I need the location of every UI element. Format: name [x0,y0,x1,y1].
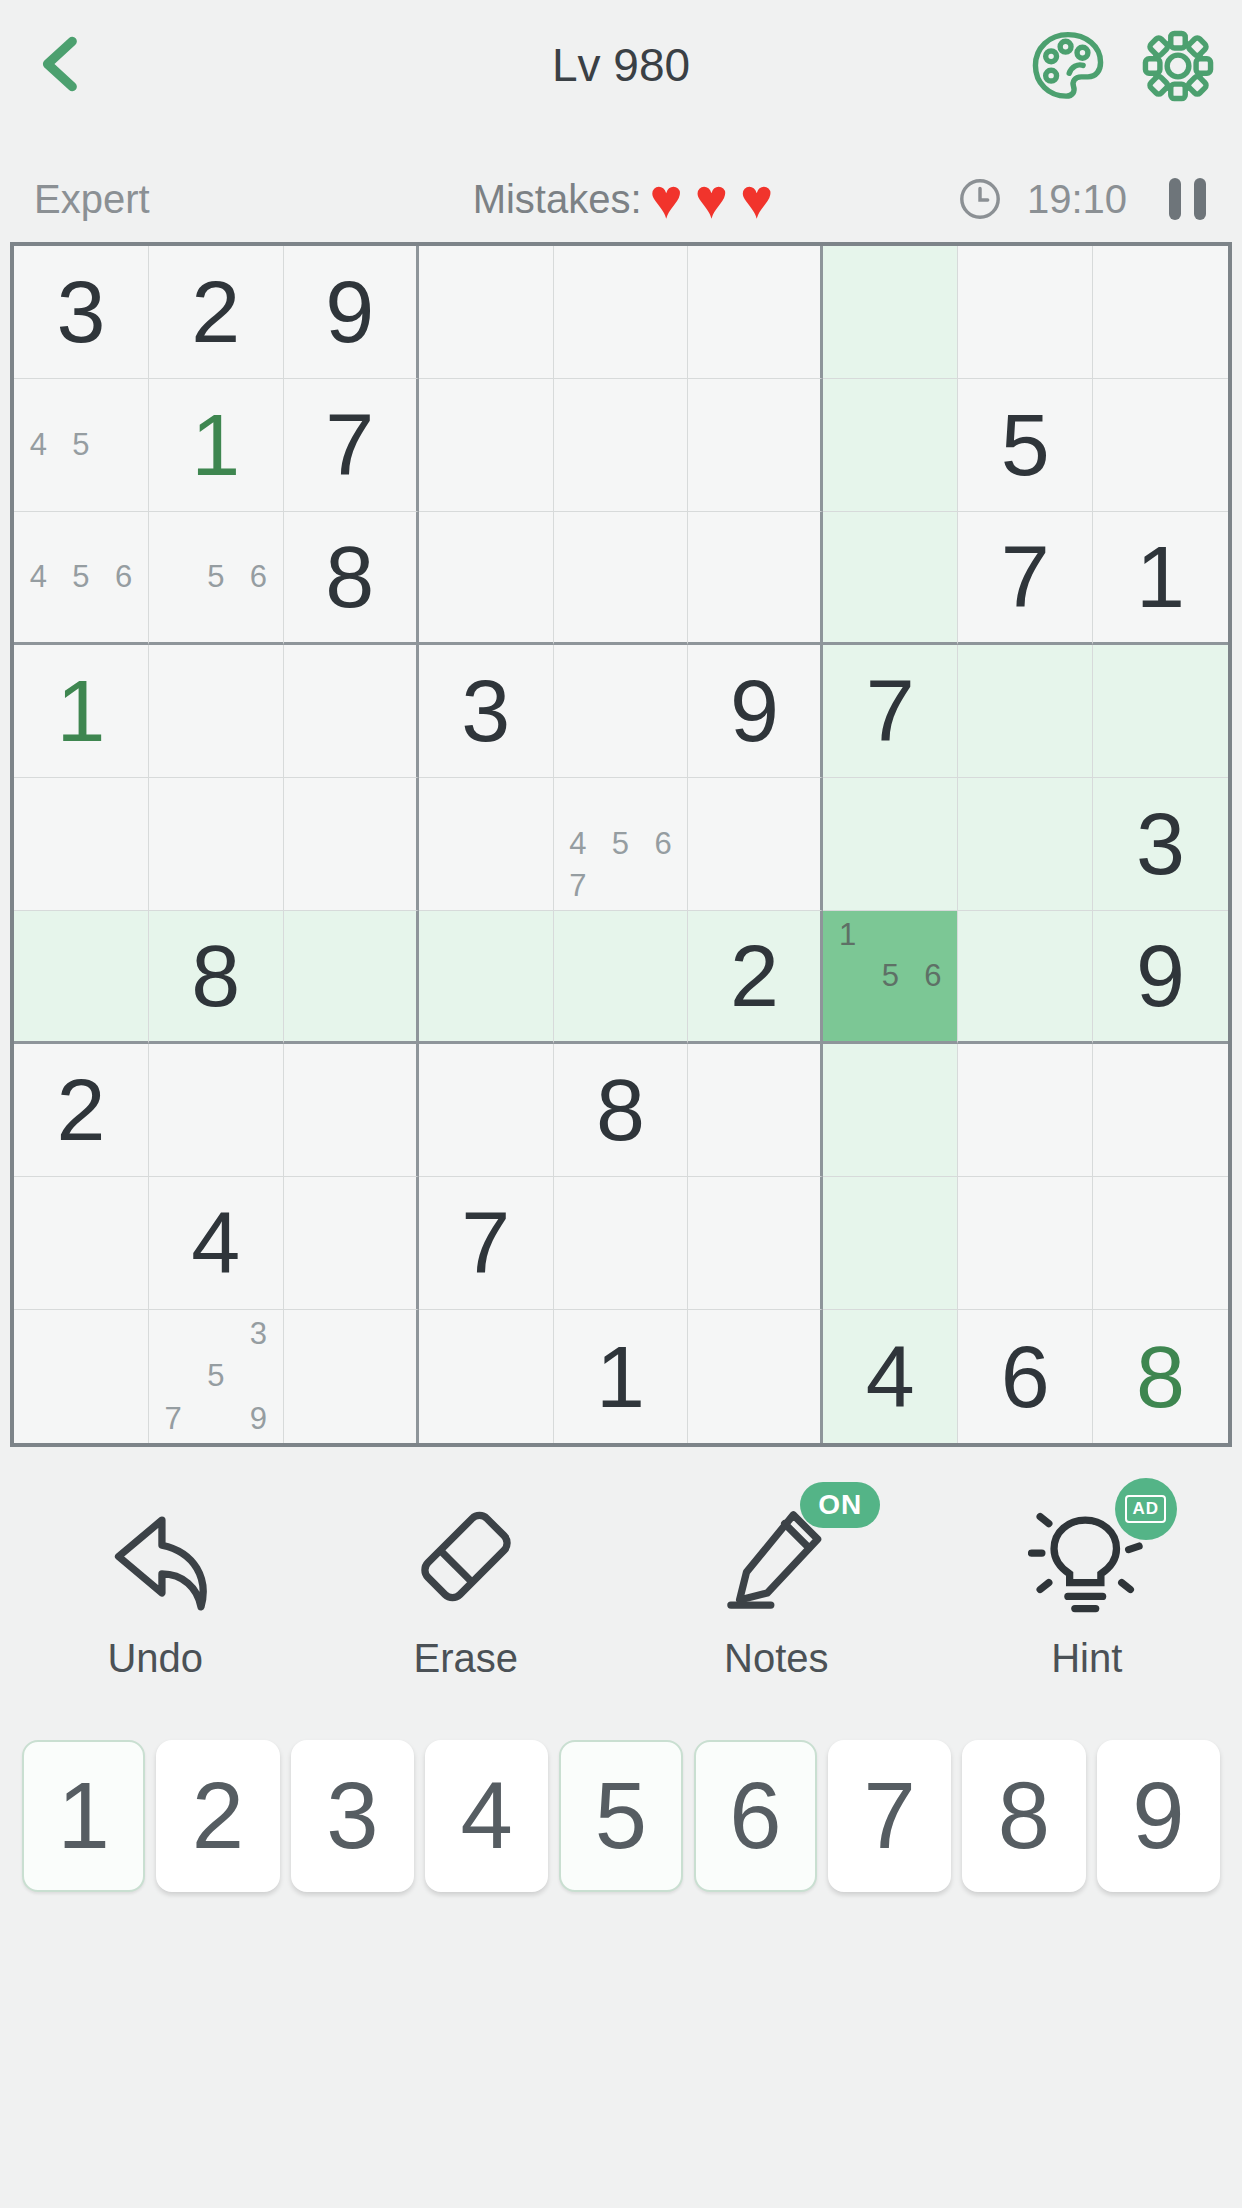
cell-r3c1[interactable]: 456 [14,512,149,645]
erase-label: Erase [414,1636,519,1681]
cell-r4c7[interactable]: 7 [823,645,958,778]
cell-r9c7[interactable]: 4 [823,1310,958,1443]
cell-r6c4[interactable] [419,911,554,1044]
cell-r4c5[interactable] [554,645,689,778]
cell-r4c8[interactable] [958,645,1093,778]
note-digit [17,598,60,639]
cell-r2c4[interactable] [419,379,554,512]
cell-r6c5[interactable] [554,911,689,1044]
cell-r8c1[interactable] [14,1177,149,1310]
gear-icon [1137,25,1219,107]
note-digit [152,1313,195,1355]
note-digit [912,997,955,1038]
cell-r1c6[interactable] [688,246,823,379]
given-digit: 4 [191,1192,240,1294]
cell-r7c9[interactable] [1093,1044,1228,1177]
cell-r7c3[interactable] [284,1044,419,1177]
cell-r6c2[interactable]: 8 [149,911,284,1044]
notes-label: Notes [724,1636,829,1681]
cell-r8c9[interactable] [1093,1177,1228,1310]
note-digit [557,781,600,823]
cell-r2c5[interactable] [554,379,689,512]
note-digit: 7 [557,865,600,907]
mistakes-group: Mistakes: ♥♥♥ [473,171,774,227]
given-digit: 3 [461,660,510,762]
given-digit: 3 [56,261,105,363]
given-digit: 8 [191,925,240,1027]
eraser-icon [407,1501,525,1619]
cell-r8c2[interactable]: 4 [149,1177,284,1310]
note-digit: 7 [152,1398,195,1440]
numpad-key-3[interactable]: 3 [291,1740,414,1892]
cell-r4c6[interactable]: 9 [688,645,823,778]
cell-r1c2[interactable]: 2 [149,246,284,379]
hint-label: Hint [1051,1636,1122,1681]
note-digit: 4 [17,556,60,597]
settings-button[interactable] [1136,24,1220,108]
cell-r5c2[interactable] [149,778,284,911]
sudoku-board: 3294517545656871139745673821569284735791… [10,242,1232,1447]
cell-r9c2[interactable]: 3579 [149,1310,284,1443]
note-digit: 9 [237,1398,280,1440]
notes-button[interactable]: ON Notes [621,1498,932,1681]
cell-r1c4[interactable] [419,246,554,379]
theme-button[interactable] [1026,24,1110,108]
pause-icon [1194,178,1206,220]
user-digit: 1 [56,660,105,762]
undo-label: Undo [107,1636,203,1681]
note-digit [152,1355,195,1397]
note-digit: 6 [642,823,685,865]
note-digit [102,515,145,556]
given-digit: 9 [730,660,779,762]
note-digit: 6 [102,556,145,597]
cell-r7c1[interactable]: 2 [14,1044,149,1177]
note-digit [869,997,912,1038]
cell-r3c4[interactable] [419,512,554,645]
status-bar: Expert Mistakes: ♥♥♥ 19:10 [34,168,1212,230]
cell-r5c9[interactable]: 3 [1093,778,1228,911]
cell-r4c1[interactable]: 1 [14,645,149,778]
heart-icon: ♥ [740,171,773,227]
note-digit: 3 [237,1313,280,1355]
note-digit [152,515,195,556]
cell-r1c7[interactable] [823,246,958,379]
hint-button[interactable]: AD Hint [932,1498,1242,1681]
cell-r8c5[interactable] [554,1177,689,1310]
note-digit [17,466,60,508]
cell-r2c7[interactable] [823,379,958,512]
cell-r9c8[interactable]: 6 [958,1310,1093,1443]
notes-grid: 456 [17,515,145,639]
note-digit [599,865,642,907]
cell-r6c9[interactable]: 9 [1093,911,1228,1044]
note-digit [237,598,280,639]
note-digit [17,382,60,424]
cell-r4c3[interactable] [284,645,419,778]
note-digit [195,515,238,556]
note-digit [642,865,685,907]
note-digit: 6 [237,556,280,597]
given-digit: 6 [1001,1326,1050,1428]
toolbar: Undo Erase ON Notes [0,1498,1242,1681]
note-digit [599,781,642,823]
note-digit [642,781,685,823]
palette-icon [1027,25,1109,107]
cell-r5c4[interactable] [419,778,554,911]
numpad-key-4[interactable]: 4 [425,1740,548,1892]
mistakes-label: Mistakes: [473,177,642,222]
given-digit: 9 [1136,925,1185,1027]
pause-icon [1169,178,1181,220]
notes-grid: 45 [17,382,145,508]
cell-r7c6[interactable] [688,1044,823,1177]
cell-r2c3[interactable]: 7 [284,379,419,512]
note-digit: 5 [869,955,912,996]
user-digit: 1 [191,394,240,496]
numpad-key-7[interactable]: 7 [828,1740,951,1892]
difficulty-label: Expert [34,177,150,222]
given-digit: 2 [730,925,779,1027]
note-digit [826,997,869,1038]
given-digit: 2 [56,1059,105,1161]
note-digit [195,1313,238,1355]
note-digit [826,955,869,996]
cell-r3c3[interactable]: 8 [284,512,419,645]
note-digit [60,382,103,424]
heart-icon: ♥ [695,171,728,227]
numpad-key-9[interactable]: 9 [1097,1740,1220,1892]
notes-grid: 56 [152,515,280,639]
note-digit [237,1355,280,1397]
cell-r9c1[interactable] [14,1310,149,1443]
numpad-key-2[interactable]: 2 [156,1740,279,1892]
cell-r5c5[interactable]: 4567 [554,778,689,911]
pause-button[interactable] [1163,172,1212,226]
given-digit: 8 [596,1059,645,1161]
cell-r8c4[interactable]: 7 [419,1177,554,1310]
undo-icon [96,1501,214,1619]
note-digit [102,424,145,466]
numpad-key-6[interactable]: 6 [694,1740,817,1892]
hint-ad-badge: AD [1115,1478,1177,1540]
clock-icon [957,176,1003,222]
note-digit [60,515,103,556]
note-digit: 6 [912,955,955,996]
note-digit: 5 [60,556,103,597]
given-digit: 4 [866,1326,915,1428]
given-digit: 3 [1136,793,1185,895]
cell-r3c2[interactable]: 56 [149,512,284,645]
notes-grid: 3579 [152,1313,280,1440]
note-digit [60,598,103,639]
cell-r3c6[interactable] [688,512,823,645]
note-digit [102,382,145,424]
erase-button[interactable]: Erase [311,1498,622,1681]
cell-r8c6[interactable] [688,1177,823,1310]
cell-r7c4[interactable] [419,1044,554,1177]
cell-r1c1[interactable]: 3 [14,246,149,379]
cell-r2c9[interactable] [1093,379,1228,512]
cell-r9c6[interactable] [688,1310,823,1443]
cell-r2c2[interactable]: 1 [149,379,284,512]
given-digit: 5 [1001,394,1050,496]
note-digit: 1 [826,914,869,955]
notes-grid: 156 [826,914,954,1038]
cell-r6c8[interactable] [958,911,1093,1044]
numpad-key-8[interactable]: 8 [962,1740,1085,1892]
cell-r7c5[interactable]: 8 [554,1044,689,1177]
note-digit [60,466,103,508]
note-digit [912,914,955,955]
cell-r4c9[interactable] [1093,645,1228,778]
cell-r7c7[interactable] [823,1044,958,1177]
cell-r9c4[interactable] [419,1310,554,1443]
note-digit [102,466,145,508]
cell-r9c3[interactable] [284,1310,419,1443]
cell-r4c2[interactable] [149,645,284,778]
given-digit: 8 [325,526,374,628]
note-digit: 5 [599,823,642,865]
mistakes-hearts: ♥♥♥ [650,171,774,227]
given-digit: 7 [866,660,915,762]
cell-r2c1[interactable]: 45 [14,379,149,512]
cell-r1c8[interactable] [958,246,1093,379]
note-digit [152,556,195,597]
cell-r8c8[interactable] [958,1177,1093,1310]
notes-on-badge: ON [800,1482,880,1528]
cell-r9c9[interactable]: 8 [1093,1310,1228,1443]
cell-r8c3[interactable] [284,1177,419,1310]
given-digit: 7 [1001,526,1050,628]
cell-r1c9[interactable] [1093,246,1228,379]
cell-r4c4[interactable]: 3 [419,645,554,778]
cell-r8c7[interactable] [823,1177,958,1310]
note-digit: 5 [60,424,103,466]
cell-r5c6[interactable] [688,778,823,911]
note-digit [102,598,145,639]
numpad-key-5[interactable]: 5 [559,1740,682,1892]
note-digit [17,515,60,556]
note-digit [152,598,195,639]
note-digit: 4 [557,823,600,865]
note-digit: 5 [195,556,238,597]
user-digit: 8 [1136,1326,1185,1428]
cell-r3c7[interactable] [823,512,958,645]
given-digit: 1 [596,1326,645,1428]
cell-r7c8[interactable] [958,1044,1093,1177]
undo-button[interactable]: Undo [0,1498,311,1681]
cell-r3c9[interactable]: 1 [1093,512,1228,645]
cell-r7c2[interactable] [149,1044,284,1177]
timer-group: 19:10 [957,172,1212,226]
cell-r9c5[interactable]: 1 [554,1310,689,1443]
notes-grid: 4567 [557,781,685,907]
cell-r1c3[interactable]: 9 [284,246,419,379]
given-digit: 7 [325,394,374,496]
note-digit [195,1398,238,1440]
note-digit [869,914,912,955]
cell-r6c6[interactable]: 2 [688,911,823,1044]
cell-r6c1[interactable] [14,911,149,1044]
cell-r5c3[interactable] [284,778,419,911]
cell-r5c1[interactable] [14,778,149,911]
note-digit [195,598,238,639]
given-digit: 9 [325,261,374,363]
cell-r1c5[interactable] [554,246,689,379]
numpad-key-1[interactable]: 1 [22,1740,145,1892]
cell-r5c7[interactable] [823,778,958,911]
cell-r3c5[interactable] [554,512,689,645]
numpad: 123456789 [22,1740,1220,1892]
heart-icon: ♥ [650,171,683,227]
note-digit: 5 [195,1355,238,1397]
given-digit: 1 [1136,526,1185,628]
cell-r5c8[interactable] [958,778,1093,911]
cell-r2c8[interactable]: 5 [958,379,1093,512]
timer-value: 19:10 [1021,177,1133,222]
cell-r6c7[interactable]: 156 [823,911,958,1044]
given-digit: 7 [461,1192,510,1294]
header: Lv 980 [0,0,1242,130]
note-digit [237,515,280,556]
cell-r6c3[interactable] [284,911,419,1044]
cell-r2c6[interactable] [688,379,823,512]
cell-r3c8[interactable]: 7 [958,512,1093,645]
given-digit: 2 [191,261,240,363]
note-digit: 4 [17,424,60,466]
